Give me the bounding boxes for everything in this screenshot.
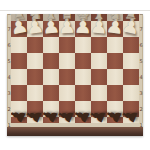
piece-white-pawn-d7[interactable]: ♟ xyxy=(59,18,75,34)
square-b8[interactable]: ♞ xyxy=(27,14,43,21)
square-b7[interactable]: ♟ xyxy=(27,21,43,37)
square-e7[interactable]: ♟ xyxy=(75,21,91,37)
square-f5[interactable] xyxy=(91,53,107,69)
square-d6[interactable] xyxy=(59,37,75,53)
square-c5[interactable] xyxy=(43,53,59,69)
square-f7[interactable]: ♟ xyxy=(91,21,107,37)
rank-label-4: 4 xyxy=(7,75,11,80)
square-d7[interactable]: ♟ xyxy=(59,21,75,37)
rank-label-5: 5 xyxy=(7,59,11,64)
square-h5[interactable] xyxy=(123,53,139,69)
square-d4[interactable] xyxy=(59,69,75,85)
square-c8[interactable]: ♝ xyxy=(43,14,59,21)
chess-board: ♜♞♝♛♚♝♞♜♟♟♟♟♟♟♟♟♟♟♟♟♟♟♟♟ 87654321 876543… xyxy=(7,14,143,136)
square-e5[interactable] xyxy=(75,53,91,69)
square-g8[interactable]: ♞ xyxy=(107,14,123,21)
square-g6[interactable] xyxy=(107,37,123,53)
piece-white-pawn-e7[interactable]: ♟ xyxy=(75,18,91,34)
square-g7[interactable]: ♟ xyxy=(107,21,123,37)
rank-label-2: 2 xyxy=(139,107,143,112)
square-h7[interactable]: ♟ xyxy=(123,21,139,37)
rank-label-7: 7 xyxy=(7,27,11,32)
rank-label-3: 3 xyxy=(139,91,143,96)
rank-label-5: 5 xyxy=(139,59,143,64)
background-table-edge-line xyxy=(0,10,150,11)
square-d5[interactable] xyxy=(59,53,75,69)
rank-label-1: 1 xyxy=(7,123,11,128)
square-g3[interactable] xyxy=(107,85,123,101)
square-h4[interactable] xyxy=(123,69,139,85)
square-a3[interactable] xyxy=(11,85,27,101)
square-e2[interactable]: ♟ xyxy=(75,101,91,117)
square-c2[interactable]: ♟ xyxy=(43,101,59,117)
square-b4[interactable] xyxy=(27,69,43,85)
square-e8[interactable]: ♚ xyxy=(75,14,91,21)
square-b2[interactable]: ♟ xyxy=(27,101,43,117)
square-c3[interactable] xyxy=(43,85,59,101)
rank-label-1: 1 xyxy=(139,123,143,128)
rank-label-8: 8 xyxy=(7,14,11,16)
square-f4[interactable] xyxy=(91,69,107,85)
square-f6[interactable] xyxy=(91,37,107,53)
rank-label-7: 7 xyxy=(139,27,143,32)
square-a5[interactable] xyxy=(11,53,27,69)
square-a8[interactable]: ♜ xyxy=(11,14,27,21)
rank-label-6: 6 xyxy=(7,43,11,48)
square-d3[interactable] xyxy=(59,85,75,101)
square-c4[interactable] xyxy=(43,69,59,85)
square-g2[interactable]: ♟ xyxy=(107,101,123,117)
square-d8[interactable]: ♛ xyxy=(59,14,75,21)
square-h6[interactable] xyxy=(123,37,139,53)
board-interior: ♜♞♝♛♚♝♞♜♟♟♟♟♟♟♟♟♟♟♟♟♟♟♟♟ xyxy=(11,14,139,123)
square-b6[interactable] xyxy=(27,37,43,53)
square-h8[interactable]: ♜ xyxy=(123,14,139,21)
square-h2[interactable]: ♟ xyxy=(123,101,139,117)
chess-set-photo: ♜♞♝♛♚♝♞♜♟♟♟♟♟♟♟♟♟♟♟♟♟♟♟♟ 87654321 876543… xyxy=(0,0,150,150)
square-b3[interactable] xyxy=(27,85,43,101)
square-a7[interactable]: ♟ xyxy=(11,21,27,37)
square-d2[interactable]: ♟ xyxy=(59,101,75,117)
board-front-edge xyxy=(7,127,143,136)
square-e4[interactable] xyxy=(75,69,91,85)
rank-label-3: 3 xyxy=(7,91,11,96)
rank-label-4: 4 xyxy=(139,75,143,80)
square-c6[interactable] xyxy=(43,37,59,53)
square-a4[interactable] xyxy=(11,69,27,85)
board-squares: ♜♞♝♛♚♝♞♜♟♟♟♟♟♟♟♟♟♟♟♟♟♟♟♟ xyxy=(11,14,139,123)
square-f3[interactable] xyxy=(91,85,107,101)
square-h3[interactable] xyxy=(123,85,139,101)
rank-label-6: 6 xyxy=(139,43,143,48)
square-f2[interactable]: ♟ xyxy=(91,101,107,117)
square-e3[interactable] xyxy=(75,85,91,101)
rank-label-8: 8 xyxy=(139,14,143,16)
rank-label-2: 2 xyxy=(7,107,11,112)
square-e6[interactable] xyxy=(75,37,91,53)
square-f8[interactable]: ♝ xyxy=(91,14,107,21)
square-a2[interactable]: ♟ xyxy=(11,101,27,117)
square-g5[interactable] xyxy=(107,53,123,69)
square-g4[interactable] xyxy=(107,69,123,85)
square-c7[interactable]: ♟ xyxy=(43,21,59,37)
square-a6[interactable] xyxy=(11,37,27,53)
square-b5[interactable] xyxy=(27,53,43,69)
